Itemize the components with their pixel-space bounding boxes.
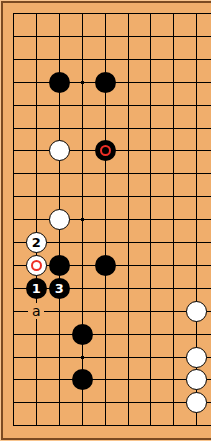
- stone-black: [49, 255, 70, 276]
- go-diagram: a213: [0, 0, 211, 441]
- grid-line-horizontal: [13, 36, 211, 37]
- stone-black: [95, 140, 116, 161]
- point-label: a: [28, 303, 44, 319]
- grid-line-horizontal: [13, 105, 211, 106]
- star-point: [81, 218, 84, 221]
- grid-line-horizontal: [13, 334, 211, 335]
- grid-line-horizontal: [13, 196, 211, 197]
- board-frame: [1, 1, 211, 440]
- stone-black: [49, 72, 70, 93]
- grid-line-horizontal: [13, 357, 211, 358]
- stone-black: 1: [26, 278, 47, 299]
- grid-line-horizontal: [13, 173, 211, 174]
- grid-line-horizontal: [13, 128, 211, 129]
- grid-line-horizontal: [13, 425, 211, 426]
- grid-line-horizontal: [13, 59, 211, 60]
- grid-line-horizontal: [13, 379, 211, 380]
- stone-white: [186, 301, 207, 322]
- circle-marker-icon: [31, 260, 42, 271]
- stone-white: [49, 209, 70, 230]
- stone-white: 2: [26, 232, 47, 253]
- stone-black: 3: [49, 278, 70, 299]
- stone-black: [95, 72, 116, 93]
- grid-line-horizontal: [13, 13, 211, 14]
- circle-marker-icon: [100, 145, 111, 156]
- grid-line-vertical: [150, 13, 151, 426]
- grid-line-horizontal: [13, 402, 211, 403]
- star-point: [81, 356, 84, 359]
- stone-white: [26, 255, 47, 276]
- stone-black: [95, 255, 116, 276]
- grid-line-horizontal: [13, 219, 211, 220]
- stone-white: [186, 347, 207, 368]
- stone-black: [72, 369, 93, 390]
- grid-line-vertical: [173, 13, 174, 426]
- grid-line-vertical: [128, 13, 129, 426]
- stone-black: [72, 324, 93, 345]
- star-point: [81, 81, 84, 84]
- grid-line-vertical: [13, 13, 14, 426]
- grid-line-vertical: [36, 13, 37, 426]
